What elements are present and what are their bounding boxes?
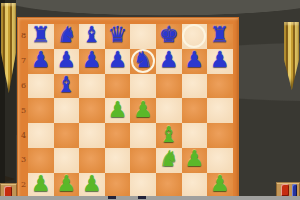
square-f6[interactable] <box>156 74 182 99</box>
square-a3[interactable] <box>28 148 54 173</box>
edge-bar-mark <box>108 196 116 199</box>
square-a2[interactable]: ♟ <box>28 173 54 198</box>
square-d6[interactable] <box>105 74 131 99</box>
gold-sconce-right-icon <box>284 22 299 90</box>
piece-white-pawn-g3[interactable]: ♟ <box>184 148 204 170</box>
piece-black-bishop-b6[interactable]: ♝ <box>57 74 77 96</box>
square-c7[interactable]: ♟ <box>79 49 105 74</box>
square-a6[interactable] <box>28 74 54 99</box>
piece-black-pawn-h7[interactable]: ♟ <box>210 49 230 71</box>
square-g5[interactable] <box>182 98 208 123</box>
square-g6[interactable] <box>182 74 208 99</box>
red-potion-icon[interactable] <box>281 184 289 196</box>
square-d3[interactable] <box>105 148 131 173</box>
piece-black-king-f8[interactable]: ♚ <box>159 24 179 46</box>
square-f5[interactable] <box>156 98 182 123</box>
rank-label-3: 3 <box>19 148 28 173</box>
piece-black-bishop-c8[interactable]: ♝ <box>82 24 102 46</box>
square-h4[interactable] <box>207 123 233 148</box>
chess-board-frame: 8765432 ♜♞♝♛♚♜♟♟♟♟♞♟♟♟♝♟♟♝♞♟♟♟♟♟ <box>17 17 239 200</box>
piece-black-pawn-a7[interactable]: ♟ <box>31 49 51 71</box>
window-edge-bar <box>0 196 300 200</box>
rank-label-5: 5 <box>19 98 28 123</box>
square-b5[interactable] <box>54 98 80 123</box>
square-h6[interactable] <box>207 74 233 99</box>
square-d5[interactable]: ♟ <box>105 98 131 123</box>
piece-black-pawn-b7[interactable]: ♟ <box>57 49 77 71</box>
highlight-ring-g8 <box>182 24 206 48</box>
piece-black-rook-a8[interactable]: ♜ <box>31 24 51 46</box>
square-d8[interactable]: ♛ <box>105 24 131 49</box>
square-c6[interactable] <box>79 74 105 99</box>
rank-label-6: 6 <box>19 74 28 99</box>
rank-label-8: 8 <box>19 24 28 49</box>
square-g8[interactable] <box>182 24 208 49</box>
square-a7[interactable]: ♟ <box>28 49 54 74</box>
square-a5[interactable] <box>28 98 54 123</box>
square-g3[interactable]: ♟ <box>182 148 208 173</box>
rank-label-2: 2 <box>19 173 28 198</box>
piece-white-bishop-f4[interactable]: ♝ <box>159 124 179 146</box>
piece-white-pawn-d5[interactable]: ♟ <box>108 99 128 121</box>
piece-white-knight-f3[interactable]: ♞ <box>159 148 179 170</box>
square-a8[interactable]: ♜ <box>28 24 54 49</box>
square-f4[interactable]: ♝ <box>156 123 182 148</box>
piece-black-knight-b8[interactable]: ♞ <box>57 24 77 46</box>
square-h3[interactable] <box>207 148 233 173</box>
square-f8[interactable]: ♚ <box>156 24 182 49</box>
square-h2[interactable]: ♟ <box>207 173 233 198</box>
square-f3[interactable]: ♞ <box>156 148 182 173</box>
square-b6[interactable]: ♝ <box>54 74 80 99</box>
square-h7[interactable]: ♟ <box>207 49 233 74</box>
square-b7[interactable]: ♟ <box>54 49 80 74</box>
piece-white-pawn-e5[interactable]: ♟ <box>133 99 153 121</box>
rank-label-7: 7 <box>19 49 28 74</box>
square-e5[interactable]: ♟ <box>130 98 156 123</box>
square-c8[interactable]: ♝ <box>79 24 105 49</box>
game-screen: 8765432 ♜♞♝♛♚♜♟♟♟♟♞♟♟♟♝♟♟♝♞♟♟♟♟♟ <box>0 0 300 200</box>
piece-white-pawn-c2[interactable]: ♟ <box>82 173 102 195</box>
piece-black-knight-e7[interactable]: ♞ <box>133 49 153 71</box>
square-e8[interactable] <box>130 24 156 49</box>
piece-white-pawn-b2[interactable]: ♟ <box>57 173 77 195</box>
piece-black-pawn-g7[interactable]: ♟ <box>184 49 204 71</box>
square-c4[interactable] <box>79 123 105 148</box>
square-e2[interactable] <box>130 173 156 198</box>
square-d7[interactable]: ♟ <box>105 49 131 74</box>
square-d2[interactable] <box>105 173 131 198</box>
square-c5[interactable] <box>79 98 105 123</box>
square-f2[interactable] <box>156 173 182 198</box>
edge-bar-mark <box>138 196 146 199</box>
piece-black-queen-d8[interactable]: ♛ <box>108 24 128 46</box>
square-c3[interactable] <box>79 148 105 173</box>
square-b3[interactable] <box>54 148 80 173</box>
square-e3[interactable] <box>130 148 156 173</box>
rank-labels: 8765432 <box>19 24 28 198</box>
square-c2[interactable]: ♟ <box>79 173 105 198</box>
square-g4[interactable] <box>182 123 208 148</box>
piece-black-pawn-c7[interactable]: ♟ <box>82 49 102 71</box>
square-f7[interactable]: ♟ <box>156 49 182 74</box>
piece-black-pawn-f7[interactable]: ♟ <box>159 49 179 71</box>
chess-board[interactable]: ♜♞♝♛♚♜♟♟♟♟♞♟♟♟♝♟♟♝♞♟♟♟♟♟ <box>28 24 233 200</box>
piece-white-pawn-h2[interactable]: ♟ <box>210 173 230 195</box>
square-a4[interactable] <box>28 123 54 148</box>
piece-white-pawn-a2[interactable]: ♟ <box>31 173 51 195</box>
piece-black-rook-h8[interactable]: ♜ <box>210 24 230 46</box>
square-e6[interactable] <box>130 74 156 99</box>
square-h8[interactable]: ♜ <box>207 24 233 49</box>
square-b2[interactable]: ♟ <box>54 173 80 198</box>
square-b8[interactable]: ♞ <box>54 24 80 49</box>
square-g7[interactable]: ♟ <box>182 49 208 74</box>
rank-label-4: 4 <box>19 123 28 148</box>
square-g2[interactable] <box>182 173 208 198</box>
square-e7[interactable]: ♞ <box>130 49 156 74</box>
square-b4[interactable] <box>54 123 80 148</box>
square-d4[interactable] <box>105 123 131 148</box>
square-h5[interactable] <box>207 98 233 123</box>
piece-black-pawn-d7[interactable]: ♟ <box>108 49 128 71</box>
square-e4[interactable] <box>130 123 156 148</box>
